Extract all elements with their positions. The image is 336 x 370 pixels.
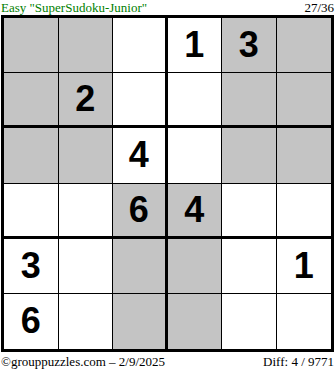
given-digit: 6 bbox=[21, 300, 41, 342]
cell-r1c2[interactable] bbox=[59, 18, 114, 73]
cell-r4c1[interactable] bbox=[4, 184, 59, 239]
cell-r5c4[interactable] bbox=[168, 239, 223, 294]
cell-r1c1[interactable] bbox=[4, 18, 59, 73]
given-digit: 2 bbox=[75, 78, 95, 120]
cell-r3c4[interactable] bbox=[168, 128, 223, 183]
puzzle-counter: 27/36 bbox=[304, 1, 334, 14]
difficulty-rating: Diff: 4 / 9771 bbox=[263, 355, 334, 368]
cell-r6c4[interactable] bbox=[168, 294, 223, 349]
header: Easy "SuperSudoku-Junior" 27/36 bbox=[0, 0, 336, 15]
given-digit: 4 bbox=[129, 134, 149, 176]
cell-r6c6[interactable] bbox=[277, 294, 332, 349]
sudoku-board: 132464316 bbox=[1, 15, 334, 352]
cell-r2c1[interactable] bbox=[4, 73, 59, 128]
cell-r1c5[interactable]: 3 bbox=[222, 18, 277, 73]
cell-r5c5[interactable] bbox=[222, 239, 277, 294]
cell-r2c2[interactable]: 2 bbox=[59, 73, 114, 128]
cell-r6c2[interactable] bbox=[59, 294, 114, 349]
cell-r5c1[interactable]: 3 bbox=[4, 239, 59, 294]
cell-r5c6[interactable]: 1 bbox=[277, 239, 332, 294]
cell-r6c5[interactable] bbox=[222, 294, 277, 349]
cell-r1c6[interactable] bbox=[277, 18, 332, 73]
cell-r2c5[interactable] bbox=[222, 73, 277, 128]
given-digit: 6 bbox=[129, 189, 149, 231]
cell-r4c5[interactable] bbox=[222, 184, 277, 239]
given-digit: 4 bbox=[184, 189, 204, 231]
cell-r6c1[interactable]: 6 bbox=[4, 294, 59, 349]
cell-r6c3[interactable] bbox=[113, 294, 168, 349]
cell-r4c4[interactable]: 4 bbox=[168, 184, 223, 239]
cell-r3c5[interactable] bbox=[222, 128, 277, 183]
given-digit: 3 bbox=[239, 24, 259, 66]
puzzle-page: Easy "SuperSudoku-Junior" 27/36 13246431… bbox=[0, 0, 336, 370]
cell-r3c1[interactable] bbox=[4, 128, 59, 183]
cell-r1c3[interactable] bbox=[113, 18, 168, 73]
cell-r4c2[interactable] bbox=[59, 184, 114, 239]
puzzle-title: Easy "SuperSudoku-Junior" bbox=[1, 1, 147, 14]
cell-r5c2[interactable] bbox=[59, 239, 114, 294]
copyright-date: ©grouppuzzles.com – 2/9/2025 bbox=[1, 355, 165, 368]
cell-r3c3[interactable]: 4 bbox=[113, 128, 168, 183]
cell-r3c6[interactable] bbox=[277, 128, 332, 183]
cell-r2c3[interactable] bbox=[113, 73, 168, 128]
given-digit: 1 bbox=[294, 245, 314, 287]
cell-r4c3[interactable]: 6 bbox=[113, 184, 168, 239]
cell-r1c4[interactable]: 1 bbox=[168, 18, 223, 73]
given-digit: 3 bbox=[21, 245, 41, 287]
cell-r2c6[interactable] bbox=[277, 73, 332, 128]
footer: ©grouppuzzles.com – 2/9/2025 Diff: 4 / 9… bbox=[0, 355, 336, 368]
cell-r3c2[interactable] bbox=[59, 128, 114, 183]
cell-r4c6[interactable] bbox=[277, 184, 332, 239]
cell-r2c4[interactable] bbox=[168, 73, 223, 128]
cell-r5c3[interactable] bbox=[113, 239, 168, 294]
given-digit: 1 bbox=[184, 24, 204, 66]
